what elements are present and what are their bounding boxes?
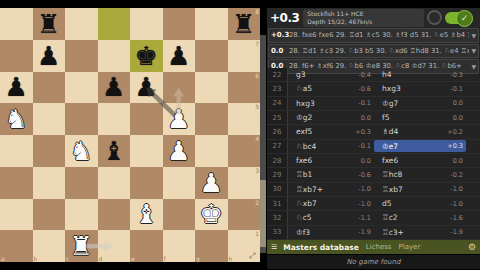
white-half-move: exf5+0.3 (288, 126, 374, 138)
white-king[interactable]: ♚ (195, 199, 228, 231)
move-row-29: 29♖b1-0.6♖hc8-0.2 (267, 168, 480, 182)
square-g7[interactable] (195, 40, 228, 72)
move-number: 32 (267, 211, 288, 224)
move-number: 33 (267, 226, 288, 239)
white-bishop[interactable]: ♝ (130, 199, 163, 231)
square-b6[interactable] (33, 72, 66, 104)
line-eval: 0.0 (271, 47, 289, 55)
black-move[interactable]: ♗d4 (374, 127, 435, 136)
square-e3[interactable] (130, 167, 163, 199)
white-half-move: fxe60.0 (288, 155, 374, 167)
square-h4[interactable]: 4 (228, 135, 261, 167)
black-move[interactable]: ♖xb7 (374, 185, 435, 194)
square-g2[interactable]: ♚ (195, 199, 228, 231)
square-c4[interactable]: ♞ (65, 135, 98, 167)
white-rook[interactable]: ♜ (65, 230, 98, 262)
rank-label-4: 4 (255, 136, 259, 142)
black-move[interactable]: ♖c2 (374, 213, 435, 222)
black-move-eval: -0.1 (435, 85, 466, 93)
white-move[interactable]: ♔g2 (288, 113, 345, 122)
chess-board[interactable]: ♜8♜♟♚♟7♟♟♟6♞♟5♞♝♟4♟3♝♚2abc♜defgh1 (0, 8, 260, 262)
move-row-26: 26exf5+0.3♗d4+0.2 (267, 125, 480, 139)
black-move[interactable]: h4 (374, 70, 435, 79)
rank-label-2: 2 (255, 200, 259, 206)
square-d8[interactable] (98, 8, 131, 40)
engine-lines: +0.328. fxe6 fxe6 29. ♖d1 ♗c5 30. ♗f3 d5… (267, 28, 480, 74)
square-g1[interactable]: g (195, 230, 228, 262)
black-half-move: ♖hc8-0.2 (374, 169, 466, 181)
white-move-eval: +0.3 (345, 128, 374, 136)
move-row-28: 28fxe60.0fxe60.0 (267, 154, 480, 168)
square-f8[interactable] (163, 8, 196, 40)
black-move-eval: -0.3 (435, 71, 466, 79)
square-b7[interactable]: ♟ (33, 40, 66, 72)
engine-toggle[interactable]: ✓ (445, 12, 471, 24)
board-resize-icon[interactable]: ⤢ (249, 251, 255, 261)
square-e7[interactable]: ♚ (130, 40, 163, 72)
line-moves: 28. ♖d1 ♗c3 29. ♘b3 b5 30. ♘xd6 ♖hd8 31.… (289, 47, 469, 55)
move-number: 26 (267, 125, 288, 138)
square-h2[interactable]: 2 (228, 199, 261, 231)
white-half-move: ♖xb7+-1.0 (288, 183, 374, 195)
move-number: 27 (267, 140, 288, 153)
line-eval: +0.3 (271, 31, 289, 39)
move-row-33: 33♔f3-1.9♖c3+-1.9 (267, 226, 480, 240)
square-b5[interactable] (33, 103, 66, 135)
engine-name: Stockfish 11+ HCE (307, 10, 420, 18)
evaluation-score: +0.3 (270, 11, 299, 25)
white-half-move: ♘a5-0.6 (288, 83, 374, 95)
black-move-eval: 0.0 (435, 99, 466, 107)
database-bar: ☰ Masters databaseLichessPlayer ⚙ (267, 240, 480, 254)
square-c6[interactable] (65, 72, 98, 104)
square-b4[interactable] (33, 135, 66, 167)
square-c1[interactable]: c♜ (65, 230, 98, 262)
square-a4[interactable] (0, 135, 33, 167)
move-number: 30 (267, 183, 288, 196)
square-b1[interactable]: b (33, 230, 66, 262)
white-move[interactable]: g3 (288, 70, 345, 79)
white-move-eval: -0.4 (345, 71, 374, 79)
move-row-22: 22g3-0.4h4-0.3 (267, 68, 480, 82)
square-c2[interactable] (65, 199, 98, 231)
black-rook[interactable]: ♜ (228, 8, 261, 40)
engine-menu-icon[interactable] (427, 10, 442, 25)
square-c5[interactable] (65, 103, 98, 135)
white-move[interactable]: ♘a5 (288, 84, 345, 93)
white-half-move: ♘c5-1.1 (288, 212, 374, 224)
rank-label-3: 3 (255, 168, 259, 174)
white-move-eval: 0.0 (345, 157, 374, 165)
white-pawn[interactable]: ♟ (195, 167, 228, 199)
white-move-eval: -1.0 (345, 185, 374, 193)
white-knight[interactable]: ♞ (0, 103, 33, 135)
square-f7[interactable]: ♟ (163, 40, 196, 72)
white-move[interactable]: exf5 (288, 127, 345, 136)
movelist-scrollbar[interactable] (260, 35, 266, 253)
move-number: 24 (267, 97, 288, 110)
black-half-move: h4-0.3 (374, 69, 466, 81)
black-move-eval: -0.2 (435, 171, 466, 179)
square-b3[interactable] (33, 167, 66, 199)
engine-line-2[interactable]: 0.028. ♖d1 ♗c3 29. ♘b3 b5 30. ♘xd6 ♖hd8 … (268, 44, 479, 59)
db-tab-player[interactable]: Player (399, 243, 421, 251)
square-d7[interactable] (98, 40, 131, 72)
move-row-24: 24hxg3-0.1♔g70.0 (267, 97, 480, 111)
square-g6[interactable] (195, 72, 228, 104)
black-half-move: d5-1.0 (374, 198, 466, 210)
white-half-move: g3-0.4 (288, 69, 374, 81)
file-label-f: f (164, 256, 166, 262)
white-move-eval: -0.1 (345, 142, 374, 150)
black-bishop[interactable]: ♝ (98, 135, 131, 167)
black-half-move: ♖c3+-1.9 (374, 226, 466, 238)
black-pawn[interactable]: ♟ (98, 72, 131, 104)
black-half-move: ♔g70.0 (374, 97, 466, 109)
black-half-move: ♗d4+0.2 (374, 126, 466, 138)
square-e6[interactable]: ♟ (130, 72, 163, 104)
engine-line-1[interactable]: +0.328. fxe6 fxe6 29. ♖d1 ♗c5 30. ♗f3 d5… (268, 28, 479, 43)
white-move-eval: 0.0 (345, 114, 374, 122)
square-a6[interactable]: ♟ (0, 72, 33, 104)
black-move-eval: -1.9 (435, 228, 466, 236)
file-label-h: h (229, 256, 233, 262)
white-move[interactable]: ♘bc4 (288, 142, 345, 151)
square-d3[interactable] (98, 167, 131, 199)
white-pawn[interactable]: ♟ (163, 103, 196, 135)
square-f3[interactable] (163, 167, 196, 199)
move-row-25: 25♔g20.0f50.0 (267, 111, 480, 125)
db-tab-masters-database[interactable]: Masters database (283, 243, 359, 252)
rank-label-5: 5 (255, 104, 259, 110)
engine-info: Stockfish 11+ HCE Depth 15/22, 467kn/s (303, 9, 424, 27)
square-f6[interactable] (163, 72, 196, 104)
rank-label-7: 7 (255, 41, 259, 47)
black-move[interactable]: d5 (374, 199, 435, 208)
white-move[interactable]: ♖b1 (288, 170, 345, 179)
file-label-b: b (34, 256, 38, 262)
line-moves: 28. fxe6 fxe6 29. ♖d1 ♗c5 30. ♗f3 d5 31.… (289, 31, 469, 39)
database-status: No game found (267, 254, 480, 269)
square-a2[interactable] (0, 199, 33, 231)
black-half-move: ♖xb7-1.0 (374, 183, 466, 195)
file-label-e: e (131, 256, 135, 262)
square-c7[interactable] (65, 40, 98, 72)
black-move-eval: 0.0 (435, 157, 466, 165)
black-rook[interactable]: ♜ (33, 8, 66, 40)
white-move[interactable]: ♘c5 (288, 213, 345, 222)
white-move[interactable]: ♖xb7+ (288, 185, 345, 194)
move-row-32: 32♘c5-1.1♖c2-1.6 (267, 211, 480, 225)
black-move-eval: -1.0 (435, 200, 466, 208)
square-f5[interactable]: ♟ (163, 103, 196, 135)
move-number: 25 (267, 111, 288, 124)
square-e2[interactable]: ♝ (130, 199, 163, 231)
white-move-eval: -0.6 (345, 171, 374, 179)
square-e5[interactable] (130, 103, 163, 135)
engine-depth: Depth 15/22, 467kn/s (307, 18, 420, 26)
black-move[interactable]: ♖hc8 (374, 170, 435, 179)
move-number: 28 (267, 154, 288, 167)
square-g5[interactable] (195, 103, 228, 135)
white-move[interactable]: hxg3 (288, 99, 345, 108)
scrollbar-thumb[interactable] (260, 180, 266, 247)
square-h6[interactable]: 6 (228, 72, 261, 104)
white-half-move: ♖b1-0.6 (288, 169, 374, 181)
file-label-d: d (99, 256, 103, 262)
square-d1[interactable]: d (98, 230, 131, 262)
move-list: 22g3-0.4h4-0.323♘a5-0.6hxg3-0.124hxg3-0.… (267, 68, 480, 240)
rank-label-1: 1 (255, 231, 259, 237)
black-half-move: ♖c2-1.6 (374, 212, 466, 224)
black-move[interactable]: fxe6 (374, 156, 435, 165)
black-king[interactable]: ♚ (130, 40, 163, 72)
square-c3[interactable] (65, 167, 98, 199)
white-move[interactable]: ♘xb7 (288, 199, 345, 208)
square-f4[interactable]: ♟ (163, 135, 196, 167)
white-half-move: ♘bc4-0.1 (288, 140, 374, 152)
black-pawn[interactable]: ♟ (0, 72, 33, 104)
db-tab-lichess[interactable]: Lichess (366, 243, 392, 251)
chevron-down-icon[interactable]: ▼ (471, 47, 476, 54)
white-half-move: ♔f3-1.9 (288, 226, 374, 238)
white-knight[interactable]: ♞ (65, 135, 98, 167)
square-h8[interactable]: 8♜ (228, 8, 261, 40)
move-number: 23 (267, 82, 288, 95)
engine-header: +0.3 Stockfish 11+ HCE Depth 15/22, 467k… (267, 8, 480, 27)
rank-label-6: 6 (255, 73, 259, 79)
black-move-eval: +0.3 (435, 142, 466, 150)
black-move[interactable]: ♔g7 (374, 99, 435, 108)
black-move-eval: -1.0 (435, 185, 466, 193)
square-a3[interactable] (0, 167, 33, 199)
move-row-27: 27♘bc4-0.1♔e7+0.3 (267, 140, 480, 154)
black-move-eval: +0.2 (435, 128, 466, 136)
white-half-move: ♘xb7-1.0 (288, 198, 374, 210)
black-pawn[interactable]: ♟ (33, 40, 66, 72)
white-move-eval: -1.0 (345, 200, 374, 208)
black-half-move: hxg3-0.1 (374, 83, 466, 95)
square-f2[interactable] (163, 199, 196, 231)
white-move-eval: -1.9 (345, 228, 374, 236)
move-number: 31 (267, 197, 288, 210)
square-a1[interactable]: a (0, 230, 33, 262)
square-e8[interactable] (130, 8, 163, 40)
square-d5[interactable] (98, 103, 131, 135)
white-half-move: hxg3-0.1 (288, 97, 374, 109)
black-move[interactable]: f5 (374, 113, 435, 122)
status-text: No game found (347, 258, 401, 266)
move-number: 29 (267, 168, 288, 181)
square-a5[interactable]: ♞ (0, 103, 33, 135)
square-e4[interactable] (130, 135, 163, 167)
square-d4[interactable]: ♝ (98, 135, 131, 167)
square-g8[interactable] (195, 8, 228, 40)
square-a7[interactable] (0, 40, 33, 72)
white-move-eval: -1.1 (345, 214, 374, 222)
black-move-eval: -1.6 (435, 214, 466, 222)
black-pawn[interactable]: ♟ (130, 72, 163, 104)
database-tabs: Masters databaseLichessPlayer (283, 243, 420, 252)
square-e1[interactable]: e (130, 230, 163, 262)
engine-panel: +0.3 Stockfish 11+ HCE Depth 15/22, 467k… (267, 8, 480, 268)
white-pawn[interactable]: ♟ (163, 135, 196, 167)
black-move[interactable]: hxg3 (374, 84, 435, 93)
move-row-31: 31♘xb7-1.0d5-1.0 (267, 197, 480, 211)
square-d6[interactable]: ♟ (98, 72, 131, 104)
black-half-move: f50.0 (374, 112, 466, 124)
toggle-check-icon: ✓ (456, 10, 473, 27)
gear-icon[interactable]: ⚙ (468, 243, 476, 252)
square-g3[interactable]: ♟ (195, 167, 228, 199)
chevron-down-icon[interactable]: ▼ (471, 32, 476, 39)
black-pawn[interactable]: ♟ (163, 40, 196, 72)
square-h7[interactable]: 7 (228, 40, 261, 72)
database-icon: ☰ (271, 244, 277, 251)
black-move[interactable]: ♖c3+ (374, 228, 435, 237)
black-move[interactable]: ♔e7 (374, 142, 435, 151)
square-b2[interactable] (33, 199, 66, 231)
square-c8[interactable] (65, 8, 98, 40)
white-move-eval: -0.1 (345, 99, 374, 107)
black-move-eval: 0.0 (435, 114, 466, 122)
square-h3[interactable]: 3 (228, 167, 261, 199)
square-f1[interactable]: f (163, 230, 196, 262)
square-d2[interactable] (98, 199, 131, 231)
square-a8[interactable] (0, 8, 33, 40)
square-g4[interactable] (195, 135, 228, 167)
file-label-g: g (196, 256, 200, 262)
move-row-30: 30♖xb7+-1.0♖xb7-1.0 (267, 183, 480, 197)
black-half-move: fxe60.0 (374, 155, 466, 167)
move-row-23: 23♘a5-0.6hxg3-0.1 (267, 82, 480, 96)
chess-analysis-app: ♜8♜♟♚♟7♟♟♟6♞♟5♞♝♟4♟3♝♚2abc♜defgh1 ⤢ +0.3… (0, 0, 480, 270)
white-move[interactable]: fxe6 (288, 156, 345, 165)
square-h5[interactable]: 5 (228, 103, 261, 135)
file-label-a: a (1, 256, 5, 262)
move-number: 22 (267, 68, 288, 81)
white-move-eval: -0.6 (345, 85, 374, 93)
white-move[interactable]: ♔f3 (288, 228, 345, 237)
black-half-move: ♔e7+0.3 (374, 140, 466, 152)
square-b8[interactable]: ♜ (33, 8, 66, 40)
white-half-move: ♔g20.0 (288, 112, 374, 124)
